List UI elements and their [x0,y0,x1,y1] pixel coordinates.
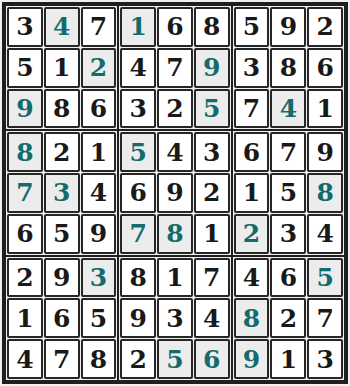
cell-r5c9[interactable]: 8 [307,173,343,213]
cell-r4c5[interactable]: 4 [157,132,193,172]
cell-r7c6[interactable]: 7 [194,258,230,298]
cell-r7c4[interactable]: 8 [120,258,156,298]
box-0-1: 168479325 [118,5,231,130]
cell-r3c1[interactable]: 9 [7,89,43,129]
cell-r6c5[interactable]: 8 [157,214,193,254]
cell-r7c7[interactable]: 4 [234,258,270,298]
cell-r5c1[interactable]: 7 [7,173,43,213]
cell-r8c9[interactable]: 7 [307,298,343,338]
cell-r3c8[interactable]: 4 [270,89,306,129]
cell-r1c4[interactable]: 1 [120,7,156,47]
cell-r3c4[interactable]: 3 [120,89,156,129]
cell-r4c2[interactable]: 2 [44,132,80,172]
cell-r9c5[interactable]: 5 [157,339,193,379]
cell-r6c2[interactable]: 5 [44,214,80,254]
box-0-2: 592386741 [232,5,345,130]
cell-r1c6[interactable]: 8 [194,7,230,47]
cell-r4c7[interactable]: 6 [234,132,270,172]
cell-r8c3[interactable]: 5 [81,298,117,338]
cell-r1c3[interactable]: 7 [81,7,117,47]
cell-r1c7[interactable]: 5 [234,7,270,47]
cell-r5c3[interactable]: 4 [81,173,117,213]
cell-r3c7[interactable]: 7 [234,89,270,129]
cell-r4c6[interactable]: 3 [194,132,230,172]
cell-r7c9[interactable]: 5 [307,258,343,298]
cell-r4c8[interactable]: 7 [270,132,306,172]
cell-r4c1[interactable]: 8 [7,132,43,172]
cell-r2c3[interactable]: 2 [81,48,117,88]
cell-r4c4[interactable]: 5 [120,132,156,172]
cell-r2c9[interactable]: 6 [307,48,343,88]
box-2-2: 465827913 [232,256,345,381]
cell-r8c8[interactable]: 2 [270,298,306,338]
cell-r6c3[interactable]: 9 [81,214,117,254]
cell-r7c2[interactable]: 9 [44,258,80,298]
sudoku-grid: 3475129861684793255923867418217346595436… [2,2,348,384]
cell-r6c9[interactable]: 4 [307,214,343,254]
cell-r8c1[interactable]: 1 [7,298,43,338]
cell-r1c8[interactable]: 9 [270,7,306,47]
box-1-1: 543692781 [118,130,231,255]
cell-r3c3[interactable]: 6 [81,89,117,129]
cell-r5c7[interactable]: 1 [234,173,270,213]
cell-r7c5[interactable]: 1 [157,258,193,298]
cell-r3c2[interactable]: 8 [44,89,80,129]
cell-r8c7[interactable]: 8 [234,298,270,338]
cell-r6c4[interactable]: 7 [120,214,156,254]
cell-r8c6[interactable]: 4 [194,298,230,338]
cell-r2c5[interactable]: 7 [157,48,193,88]
cell-r5c8[interactable]: 5 [270,173,306,213]
cell-r7c1[interactable]: 2 [7,258,43,298]
cell-r4c3[interactable]: 1 [81,132,117,172]
cell-r3c5[interactable]: 2 [157,89,193,129]
cell-r6c8[interactable]: 3 [270,214,306,254]
cell-r9c7[interactable]: 9 [234,339,270,379]
cell-r2c8[interactable]: 8 [270,48,306,88]
cell-r2c7[interactable]: 3 [234,48,270,88]
cell-r1c5[interactable]: 6 [157,7,193,47]
box-2-1: 817934256 [118,256,231,381]
cell-r8c4[interactable]: 9 [120,298,156,338]
cell-r5c5[interactable]: 9 [157,173,193,213]
cell-r8c2[interactable]: 6 [44,298,80,338]
cell-r9c4[interactable]: 2 [120,339,156,379]
cell-r9c8[interactable]: 1 [270,339,306,379]
cell-r6c1[interactable]: 6 [7,214,43,254]
cell-r5c2[interactable]: 3 [44,173,80,213]
cell-r1c2[interactable]: 4 [44,7,80,47]
cell-r2c4[interactable]: 4 [120,48,156,88]
cell-r1c9[interactable]: 2 [307,7,343,47]
cell-r6c7[interactable]: 2 [234,214,270,254]
cell-r7c8[interactable]: 6 [270,258,306,298]
cell-r5c4[interactable]: 6 [120,173,156,213]
sudoku-board: 3475129861684793255923867418217346595436… [0,0,350,386]
cell-r4c9[interactable]: 9 [307,132,343,172]
box-2-0: 293165478 [5,256,118,381]
cell-r2c1[interactable]: 5 [7,48,43,88]
cell-r9c9[interactable]: 3 [307,339,343,379]
cell-r1c1[interactable]: 3 [7,7,43,47]
box-0-0: 347512986 [5,5,118,130]
cell-r3c9[interactable]: 1 [307,89,343,129]
cell-r8c5[interactable]: 3 [157,298,193,338]
cell-r6c6[interactable]: 1 [194,214,230,254]
box-1-2: 679158234 [232,130,345,255]
cell-r9c3[interactable]: 8 [81,339,117,379]
box-1-0: 821734659 [5,130,118,255]
cell-r7c3[interactable]: 3 [81,258,117,298]
cell-r9c6[interactable]: 6 [194,339,230,379]
cell-r9c2[interactable]: 7 [44,339,80,379]
cell-r5c6[interactable]: 2 [194,173,230,213]
cell-r2c6[interactable]: 9 [194,48,230,88]
cell-r9c1[interactable]: 4 [7,339,43,379]
cell-r2c2[interactable]: 1 [44,48,80,88]
cell-r3c6[interactable]: 5 [194,89,230,129]
